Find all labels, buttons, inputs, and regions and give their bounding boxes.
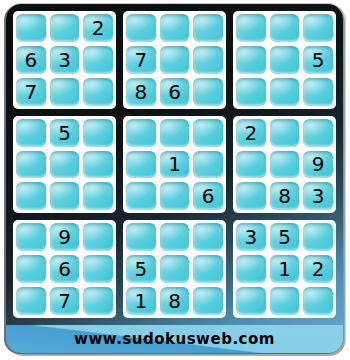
cell-r5c4[interactable] [126,151,156,179]
cell-r7c4[interactable] [126,223,156,251]
cell-r1c8[interactable] [270,14,300,42]
cell-r3c4[interactable]: 8 [126,78,156,106]
cell-r2c5[interactable] [160,46,190,74]
cell-r4c9[interactable] [303,119,333,147]
cell-r5c9[interactable]: 9 [303,151,333,179]
box-2-3: 2983 [233,116,336,214]
cell-r8c1[interactable] [16,255,46,283]
cell-r9c1[interactable] [16,287,46,315]
cell-r2c9[interactable]: 5 [303,46,333,74]
cell-r5c5[interactable]: 1 [160,151,190,179]
cell-r7c9[interactable] [303,223,333,251]
box-1-3: 5 [233,11,336,109]
cell-r5c3[interactable] [83,151,113,179]
cell-r1c7[interactable] [236,14,266,42]
cell-r5c6[interactable] [193,151,223,179]
cell-r6c8[interactable]: 8 [270,182,300,210]
cell-r9c9[interactable] [303,287,333,315]
cell-r6c1[interactable] [16,182,46,210]
cell-r3c9[interactable] [303,78,333,106]
cell-r2c2[interactable]: 3 [50,46,80,74]
cell-r8c6[interactable] [193,255,223,283]
cell-r7c7[interactable]: 3 [236,223,266,251]
cell-r3c1[interactable]: 7 [16,78,46,106]
cell-r2c6[interactable] [193,46,223,74]
cell-r9c5[interactable]: 8 [160,287,190,315]
cell-r6c9[interactable]: 3 [303,182,333,210]
box-3-2: 518 [123,220,226,318]
cell-r7c6[interactable] [193,223,223,251]
cell-r8c3[interactable] [83,255,113,283]
cell-r3c6[interactable] [193,78,223,106]
sudoku-board: 2637786551629839675183512 www.sudokusweb… [6,4,343,353]
cell-r9c3[interactable] [83,287,113,315]
cell-r3c3[interactable] [83,78,113,106]
box-3-1: 967 [13,220,116,318]
box-2-2: 16 [123,116,226,214]
cell-r5c8[interactable] [270,151,300,179]
cell-r1c1[interactable] [16,14,46,42]
cell-r1c6[interactable] [193,14,223,42]
cell-r4c3[interactable] [83,119,113,147]
cell-r6c4[interactable] [126,182,156,210]
cell-r1c9[interactable] [303,14,333,42]
cell-r8c2[interactable]: 6 [50,255,80,283]
box-1-2: 786 [123,11,226,109]
cell-r4c2[interactable]: 5 [50,119,80,147]
cell-r6c7[interactable] [236,182,266,210]
cell-r5c2[interactable] [50,151,80,179]
box-1-1: 2637 [13,11,116,109]
site-footer: www.sudokusweb.com [6,325,343,353]
cell-r3c7[interactable] [236,78,266,106]
box-3-3: 3512 [233,220,336,318]
cell-r5c7[interactable] [236,151,266,179]
cell-r7c1[interactable] [16,223,46,251]
cell-r3c8[interactable] [270,78,300,106]
cell-r1c4[interactable] [126,14,156,42]
cell-r7c3[interactable] [83,223,113,251]
cell-r4c1[interactable] [16,119,46,147]
cell-r3c5[interactable]: 6 [160,78,190,106]
box-2-1: 5 [13,116,116,214]
sudoku-grid: 2637786551629839675183512 [6,4,343,325]
cell-r3c2[interactable] [50,78,80,106]
cell-r2c4[interactable]: 7 [126,46,156,74]
cell-r8c5[interactable] [160,255,190,283]
cell-r2c8[interactable] [270,46,300,74]
cell-r2c7[interactable] [236,46,266,74]
cell-r1c5[interactable] [160,14,190,42]
cell-r1c3[interactable]: 2 [83,14,113,42]
cell-r2c1[interactable]: 6 [16,46,46,74]
cell-r9c7[interactable] [236,287,266,315]
cell-r6c3[interactable] [83,182,113,210]
cell-r9c4[interactable]: 1 [126,287,156,315]
cell-r8c9[interactable]: 2 [303,255,333,283]
cell-r9c6[interactable] [193,287,223,315]
cell-r1c2[interactable] [50,14,80,42]
cell-r6c6[interactable]: 6 [193,182,223,210]
cell-r9c8[interactable] [270,287,300,315]
cell-r5c1[interactable] [16,151,46,179]
cell-r4c8[interactable] [270,119,300,147]
cell-r8c8[interactable]: 1 [270,255,300,283]
site-url[interactable]: www.sudokusweb.com [74,330,275,348]
cell-r2c3[interactable] [83,46,113,74]
cell-r9c2[interactable]: 7 [50,287,80,315]
cell-r7c2[interactable]: 9 [50,223,80,251]
cell-r4c5[interactable] [160,119,190,147]
cell-r6c2[interactable] [50,182,80,210]
cell-r4c6[interactable] [193,119,223,147]
cell-r6c5[interactable] [160,182,190,210]
cell-r8c4[interactable]: 5 [126,255,156,283]
cell-r7c8[interactable]: 5 [270,223,300,251]
cell-r4c7[interactable]: 2 [236,119,266,147]
cell-r4c4[interactable] [126,119,156,147]
cell-r8c7[interactable] [236,255,266,283]
cell-r7c5[interactable] [160,223,190,251]
